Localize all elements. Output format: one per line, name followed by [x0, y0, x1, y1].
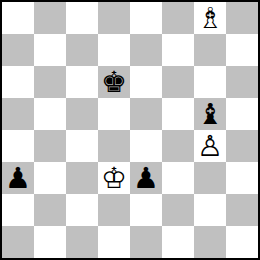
square-c5[interactable] — [66, 98, 98, 130]
square-b3[interactable] — [34, 162, 66, 194]
white-king: ♔ — [101, 162, 127, 194]
square-d8[interactable] — [98, 2, 130, 34]
square-f1[interactable] — [162, 226, 194, 258]
square-a5[interactable] — [2, 98, 34, 130]
square-f3[interactable] — [162, 162, 194, 194]
square-b2[interactable] — [34, 194, 66, 226]
square-f6[interactable] — [162, 66, 194, 98]
square-h8[interactable] — [226, 2, 258, 34]
square-d3[interactable]: ♔ — [98, 162, 130, 194]
square-a4[interactable] — [2, 130, 34, 162]
chess-board-frame: ♗♚♝♙♟♔♟ — [0, 0, 260, 260]
square-d7[interactable] — [98, 34, 130, 66]
square-e4[interactable] — [130, 130, 162, 162]
square-b6[interactable] — [34, 66, 66, 98]
square-f5[interactable] — [162, 98, 194, 130]
square-g7[interactable] — [194, 34, 226, 66]
square-h3[interactable] — [226, 162, 258, 194]
square-f7[interactable] — [162, 34, 194, 66]
square-h1[interactable] — [226, 226, 258, 258]
square-d4[interactable] — [98, 130, 130, 162]
square-d6[interactable]: ♚ — [98, 66, 130, 98]
square-c7[interactable] — [66, 34, 98, 66]
square-b5[interactable] — [34, 98, 66, 130]
square-a8[interactable] — [2, 2, 34, 34]
square-c1[interactable] — [66, 226, 98, 258]
square-e3[interactable]: ♟ — [130, 162, 162, 194]
square-h4[interactable] — [226, 130, 258, 162]
square-h6[interactable] — [226, 66, 258, 98]
square-a2[interactable] — [2, 194, 34, 226]
square-a7[interactable] — [2, 34, 34, 66]
square-e5[interactable] — [130, 98, 162, 130]
black-bishop: ♝ — [197, 98, 223, 130]
square-c6[interactable] — [66, 66, 98, 98]
square-g6[interactable] — [194, 66, 226, 98]
square-c3[interactable] — [66, 162, 98, 194]
square-h5[interactable] — [226, 98, 258, 130]
square-f2[interactable] — [162, 194, 194, 226]
square-b4[interactable] — [34, 130, 66, 162]
square-h2[interactable] — [226, 194, 258, 226]
square-d2[interactable] — [98, 194, 130, 226]
square-g3[interactable] — [194, 162, 226, 194]
square-e2[interactable] — [130, 194, 162, 226]
square-g4[interactable]: ♙ — [194, 130, 226, 162]
square-d5[interactable] — [98, 98, 130, 130]
square-h7[interactable] — [226, 34, 258, 66]
black-king: ♚ — [101, 66, 127, 98]
square-a3[interactable]: ♟ — [2, 162, 34, 194]
square-b1[interactable] — [34, 226, 66, 258]
square-e6[interactable] — [130, 66, 162, 98]
square-g5[interactable]: ♝ — [194, 98, 226, 130]
square-c2[interactable] — [66, 194, 98, 226]
square-f4[interactable] — [162, 130, 194, 162]
square-a6[interactable] — [2, 66, 34, 98]
square-g8[interactable]: ♗ — [194, 2, 226, 34]
white-pawn: ♙ — [197, 130, 223, 162]
square-g1[interactable] — [194, 226, 226, 258]
black-pawn: ♟ — [133, 162, 159, 194]
chess-board: ♗♚♝♙♟♔♟ — [2, 2, 258, 258]
square-f8[interactable] — [162, 2, 194, 34]
square-e7[interactable] — [130, 34, 162, 66]
square-g2[interactable] — [194, 194, 226, 226]
square-d1[interactable] — [98, 226, 130, 258]
square-c8[interactable] — [66, 2, 98, 34]
square-c4[interactable] — [66, 130, 98, 162]
black-pawn: ♟ — [5, 162, 31, 194]
square-e1[interactable] — [130, 226, 162, 258]
square-b8[interactable] — [34, 2, 66, 34]
square-e8[interactable] — [130, 2, 162, 34]
white-bishop: ♗ — [197, 2, 223, 34]
square-b7[interactable] — [34, 34, 66, 66]
square-a1[interactable] — [2, 226, 34, 258]
